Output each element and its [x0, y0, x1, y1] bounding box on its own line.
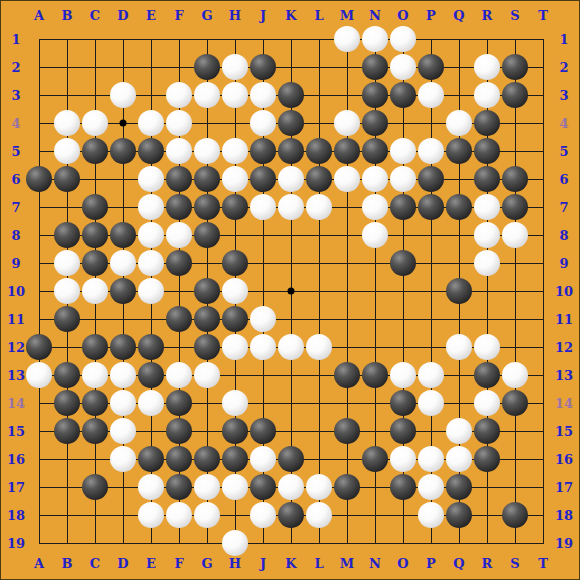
black-stone	[54, 390, 80, 416]
black-stone	[502, 166, 528, 192]
white-stone	[138, 222, 164, 248]
white-stone	[54, 250, 80, 276]
row-label-right: 9	[559, 257, 568, 270]
row-label-right: 17	[555, 481, 573, 494]
black-stone	[110, 278, 136, 304]
black-stone	[418, 166, 444, 192]
black-stone	[166, 166, 192, 192]
col-label-top: T	[538, 9, 548, 22]
black-stone	[26, 334, 52, 360]
row-label-right: 10	[555, 285, 573, 298]
white-stone	[418, 446, 444, 472]
white-stone	[474, 54, 500, 80]
row-label-left: 2	[11, 61, 20, 74]
white-stone	[390, 362, 416, 388]
col-label-top: G	[201, 9, 212, 22]
black-stone	[446, 138, 472, 164]
col-label-top: L	[314, 9, 323, 22]
white-stone	[278, 334, 304, 360]
white-stone	[110, 82, 136, 108]
black-stone	[82, 222, 108, 248]
row-label-left: 6	[11, 173, 20, 186]
white-stone	[362, 26, 388, 52]
white-stone	[166, 110, 192, 136]
grid-vline	[319, 39, 320, 544]
black-stone	[474, 446, 500, 472]
white-stone	[390, 446, 416, 472]
black-stone	[166, 446, 192, 472]
white-stone	[250, 502, 276, 528]
black-stone	[222, 250, 248, 276]
black-stone	[474, 418, 500, 444]
white-stone	[138, 250, 164, 276]
black-stone	[362, 110, 388, 136]
white-stone	[166, 222, 192, 248]
row-label-left: 5	[11, 145, 20, 158]
black-stone	[390, 474, 416, 500]
black-stone	[166, 474, 192, 500]
white-stone	[194, 474, 220, 500]
white-stone	[54, 138, 80, 164]
white-stone	[362, 194, 388, 220]
star-point	[120, 120, 127, 127]
white-stone	[278, 194, 304, 220]
black-stone	[446, 278, 472, 304]
black-stone	[502, 502, 528, 528]
row-label-right: 12	[555, 341, 573, 354]
white-stone	[418, 362, 444, 388]
white-stone	[446, 110, 472, 136]
white-stone	[250, 194, 276, 220]
black-stone	[334, 418, 360, 444]
col-label-bottom: D	[117, 557, 128, 570]
row-label-right: 7	[559, 201, 568, 214]
white-stone	[166, 82, 192, 108]
white-stone	[390, 166, 416, 192]
row-label-left: 18	[7, 509, 25, 522]
white-stone	[250, 82, 276, 108]
row-label-right: 19	[555, 537, 573, 550]
col-label-top: K	[285, 9, 296, 22]
white-stone	[194, 502, 220, 528]
col-label-top: Q	[453, 9, 464, 22]
black-stone	[194, 446, 220, 472]
black-stone	[82, 474, 108, 500]
black-stone	[334, 138, 360, 164]
col-label-bottom: B	[62, 557, 73, 570]
row-label-left: 11	[7, 313, 25, 326]
black-stone	[222, 418, 248, 444]
white-stone	[222, 82, 248, 108]
row-label-right: 13	[555, 369, 573, 382]
col-label-bottom: H	[229, 557, 241, 570]
black-stone	[250, 166, 276, 192]
black-stone	[82, 138, 108, 164]
black-stone	[82, 194, 108, 220]
black-stone	[474, 110, 500, 136]
white-stone	[82, 278, 108, 304]
row-label-right: 11	[555, 313, 573, 326]
white-stone	[250, 110, 276, 136]
black-stone	[222, 194, 248, 220]
white-stone	[446, 446, 472, 472]
black-stone	[278, 446, 304, 472]
black-stone	[362, 446, 388, 472]
white-stone	[334, 166, 360, 192]
white-stone	[138, 278, 164, 304]
white-stone	[418, 474, 444, 500]
black-stone	[54, 166, 80, 192]
white-stone	[222, 334, 248, 360]
black-stone	[166, 194, 192, 220]
row-label-right: 5	[559, 145, 568, 158]
col-label-bottom: Q	[453, 557, 464, 570]
col-label-top: S	[510, 9, 519, 22]
black-stone	[138, 446, 164, 472]
black-stone	[194, 194, 220, 220]
black-stone	[278, 82, 304, 108]
black-stone	[138, 138, 164, 164]
white-stone	[222, 54, 248, 80]
white-stone	[418, 390, 444, 416]
black-stone	[334, 362, 360, 388]
col-label-top: O	[397, 9, 408, 22]
white-stone	[166, 138, 192, 164]
black-stone	[166, 418, 192, 444]
col-label-top: N	[369, 9, 381, 22]
black-stone	[54, 418, 80, 444]
white-stone	[26, 362, 52, 388]
row-label-right: 8	[559, 229, 568, 242]
row-label-right: 16	[555, 453, 573, 466]
white-stone	[474, 250, 500, 276]
white-stone	[138, 390, 164, 416]
col-label-top: J	[260, 9, 266, 22]
white-stone	[194, 82, 220, 108]
row-label-right: 4	[559, 117, 568, 130]
white-stone	[222, 138, 248, 164]
white-stone	[250, 446, 276, 472]
row-label-right: 2	[559, 61, 568, 74]
black-stone	[82, 418, 108, 444]
white-stone	[110, 446, 136, 472]
black-stone	[474, 166, 500, 192]
col-label-top: C	[90, 9, 100, 22]
black-stone	[194, 54, 220, 80]
white-stone	[222, 474, 248, 500]
white-stone	[306, 502, 332, 528]
white-stone	[418, 502, 444, 528]
row-label-right: 1	[559, 33, 568, 46]
col-label-bottom: J	[260, 557, 266, 570]
row-label-left: 15	[7, 425, 25, 438]
grid-hline	[39, 319, 544, 320]
white-stone	[502, 222, 528, 248]
white-stone	[110, 250, 136, 276]
black-stone	[250, 54, 276, 80]
black-stone	[334, 474, 360, 500]
row-label-left: 1	[11, 33, 20, 46]
col-label-bottom: A	[34, 557, 44, 570]
row-label-left: 10	[7, 285, 25, 298]
col-label-top: R	[482, 9, 493, 22]
col-label-top: B	[62, 9, 73, 22]
black-stone	[306, 166, 332, 192]
black-stone	[110, 138, 136, 164]
white-stone	[82, 110, 108, 136]
row-label-left: 16	[7, 453, 25, 466]
row-label-left: 9	[11, 257, 20, 270]
white-stone	[54, 278, 80, 304]
white-stone	[222, 278, 248, 304]
row-label-left: 19	[7, 537, 25, 550]
col-label-top: D	[117, 9, 128, 22]
white-stone	[390, 26, 416, 52]
white-stone	[418, 82, 444, 108]
col-label-bottom: N	[369, 557, 381, 570]
white-stone	[222, 166, 248, 192]
black-stone	[502, 390, 528, 416]
col-label-bottom: L	[314, 557, 323, 570]
white-stone	[474, 82, 500, 108]
col-label-bottom: F	[174, 557, 183, 570]
white-stone	[138, 194, 164, 220]
white-stone	[138, 110, 164, 136]
black-stone	[502, 82, 528, 108]
row-label-left: 8	[11, 229, 20, 242]
black-stone	[502, 54, 528, 80]
col-label-bottom: P	[426, 557, 436, 570]
black-stone	[390, 194, 416, 220]
white-stone	[306, 474, 332, 500]
black-stone	[222, 306, 248, 332]
black-stone	[278, 502, 304, 528]
grid-hline	[39, 543, 544, 544]
white-stone	[250, 306, 276, 332]
white-stone	[166, 362, 192, 388]
row-label-left: 17	[7, 481, 25, 494]
black-stone	[362, 362, 388, 388]
white-stone	[474, 334, 500, 360]
col-label-top: F	[174, 9, 183, 22]
black-stone	[54, 222, 80, 248]
white-stone	[138, 166, 164, 192]
white-stone	[110, 362, 136, 388]
white-stone	[194, 138, 220, 164]
white-stone	[222, 530, 248, 556]
black-stone	[194, 222, 220, 248]
row-label-right: 18	[555, 509, 573, 522]
col-label-top: P	[426, 9, 436, 22]
row-label-right: 15	[555, 425, 573, 438]
white-stone	[138, 474, 164, 500]
black-stone	[390, 390, 416, 416]
black-stone	[418, 194, 444, 220]
black-stone	[446, 474, 472, 500]
black-stone	[110, 334, 136, 360]
black-stone	[306, 138, 332, 164]
black-stone	[446, 194, 472, 220]
black-stone	[250, 138, 276, 164]
white-stone	[278, 166, 304, 192]
black-stone	[474, 362, 500, 388]
black-stone	[166, 390, 192, 416]
row-label-left: 4	[11, 117, 20, 130]
row-label-left: 14	[7, 397, 25, 410]
white-stone	[474, 222, 500, 248]
black-stone	[390, 82, 416, 108]
black-stone	[222, 446, 248, 472]
col-label-top: E	[146, 9, 156, 22]
black-stone	[390, 250, 416, 276]
black-stone	[418, 54, 444, 80]
grid-vline	[515, 39, 516, 544]
black-stone	[250, 474, 276, 500]
black-stone	[110, 222, 136, 248]
black-stone	[166, 306, 192, 332]
white-stone	[54, 110, 80, 136]
white-stone	[390, 54, 416, 80]
white-stone	[362, 166, 388, 192]
row-label-right: 14	[555, 397, 573, 410]
col-label-bottom: O	[397, 557, 408, 570]
white-stone	[306, 334, 332, 360]
white-stone	[222, 390, 248, 416]
row-label-left: 3	[11, 89, 20, 102]
black-stone	[194, 334, 220, 360]
col-label-bottom: K	[285, 557, 296, 570]
black-stone	[194, 278, 220, 304]
black-stone	[82, 334, 108, 360]
black-stone	[166, 250, 192, 276]
white-stone	[502, 362, 528, 388]
white-stone	[166, 502, 192, 528]
go-board[interactable]: AABBCCDDEEFFGGHHJJKKLLMMNNOOPPQQRRSSTT11…	[0, 0, 580, 580]
white-stone	[474, 194, 500, 220]
black-stone	[54, 362, 80, 388]
black-stone	[362, 54, 388, 80]
white-stone	[306, 194, 332, 220]
white-stone	[334, 110, 360, 136]
col-label-bottom: G	[201, 557, 212, 570]
white-stone	[474, 390, 500, 416]
white-stone	[250, 334, 276, 360]
black-stone	[362, 82, 388, 108]
black-stone	[250, 418, 276, 444]
black-stone	[502, 194, 528, 220]
white-stone	[110, 390, 136, 416]
col-label-bottom: S	[510, 557, 519, 570]
white-stone	[138, 502, 164, 528]
col-label-bottom: R	[482, 557, 493, 570]
black-stone	[194, 166, 220, 192]
black-stone	[138, 334, 164, 360]
black-stone	[138, 362, 164, 388]
black-stone	[26, 166, 52, 192]
black-stone	[278, 110, 304, 136]
star-point	[288, 288, 295, 295]
col-label-bottom: M	[340, 557, 354, 570]
col-label-bottom: C	[90, 557, 100, 570]
white-stone	[334, 26, 360, 52]
white-stone	[82, 362, 108, 388]
col-label-top: A	[34, 9, 44, 22]
col-label-top: M	[340, 9, 354, 22]
col-label-bottom: E	[146, 557, 156, 570]
white-stone	[110, 418, 136, 444]
white-stone	[418, 138, 444, 164]
white-stone	[390, 138, 416, 164]
white-stone	[446, 418, 472, 444]
grid-vline	[543, 39, 544, 544]
white-stone	[194, 362, 220, 388]
row-label-left: 7	[11, 201, 20, 214]
col-label-top: H	[229, 9, 241, 22]
black-stone	[362, 138, 388, 164]
black-stone	[194, 306, 220, 332]
white-stone	[278, 474, 304, 500]
white-stone	[362, 222, 388, 248]
black-stone	[82, 390, 108, 416]
black-stone	[82, 250, 108, 276]
black-stone	[278, 138, 304, 164]
row-label-left: 13	[7, 369, 25, 382]
black-stone	[54, 306, 80, 332]
row-label-right: 3	[559, 89, 568, 102]
white-stone	[446, 334, 472, 360]
black-stone	[390, 418, 416, 444]
col-label-bottom: T	[538, 557, 548, 570]
black-stone	[474, 138, 500, 164]
row-label-left: 12	[7, 341, 25, 354]
black-stone	[446, 502, 472, 528]
row-label-right: 6	[559, 173, 568, 186]
